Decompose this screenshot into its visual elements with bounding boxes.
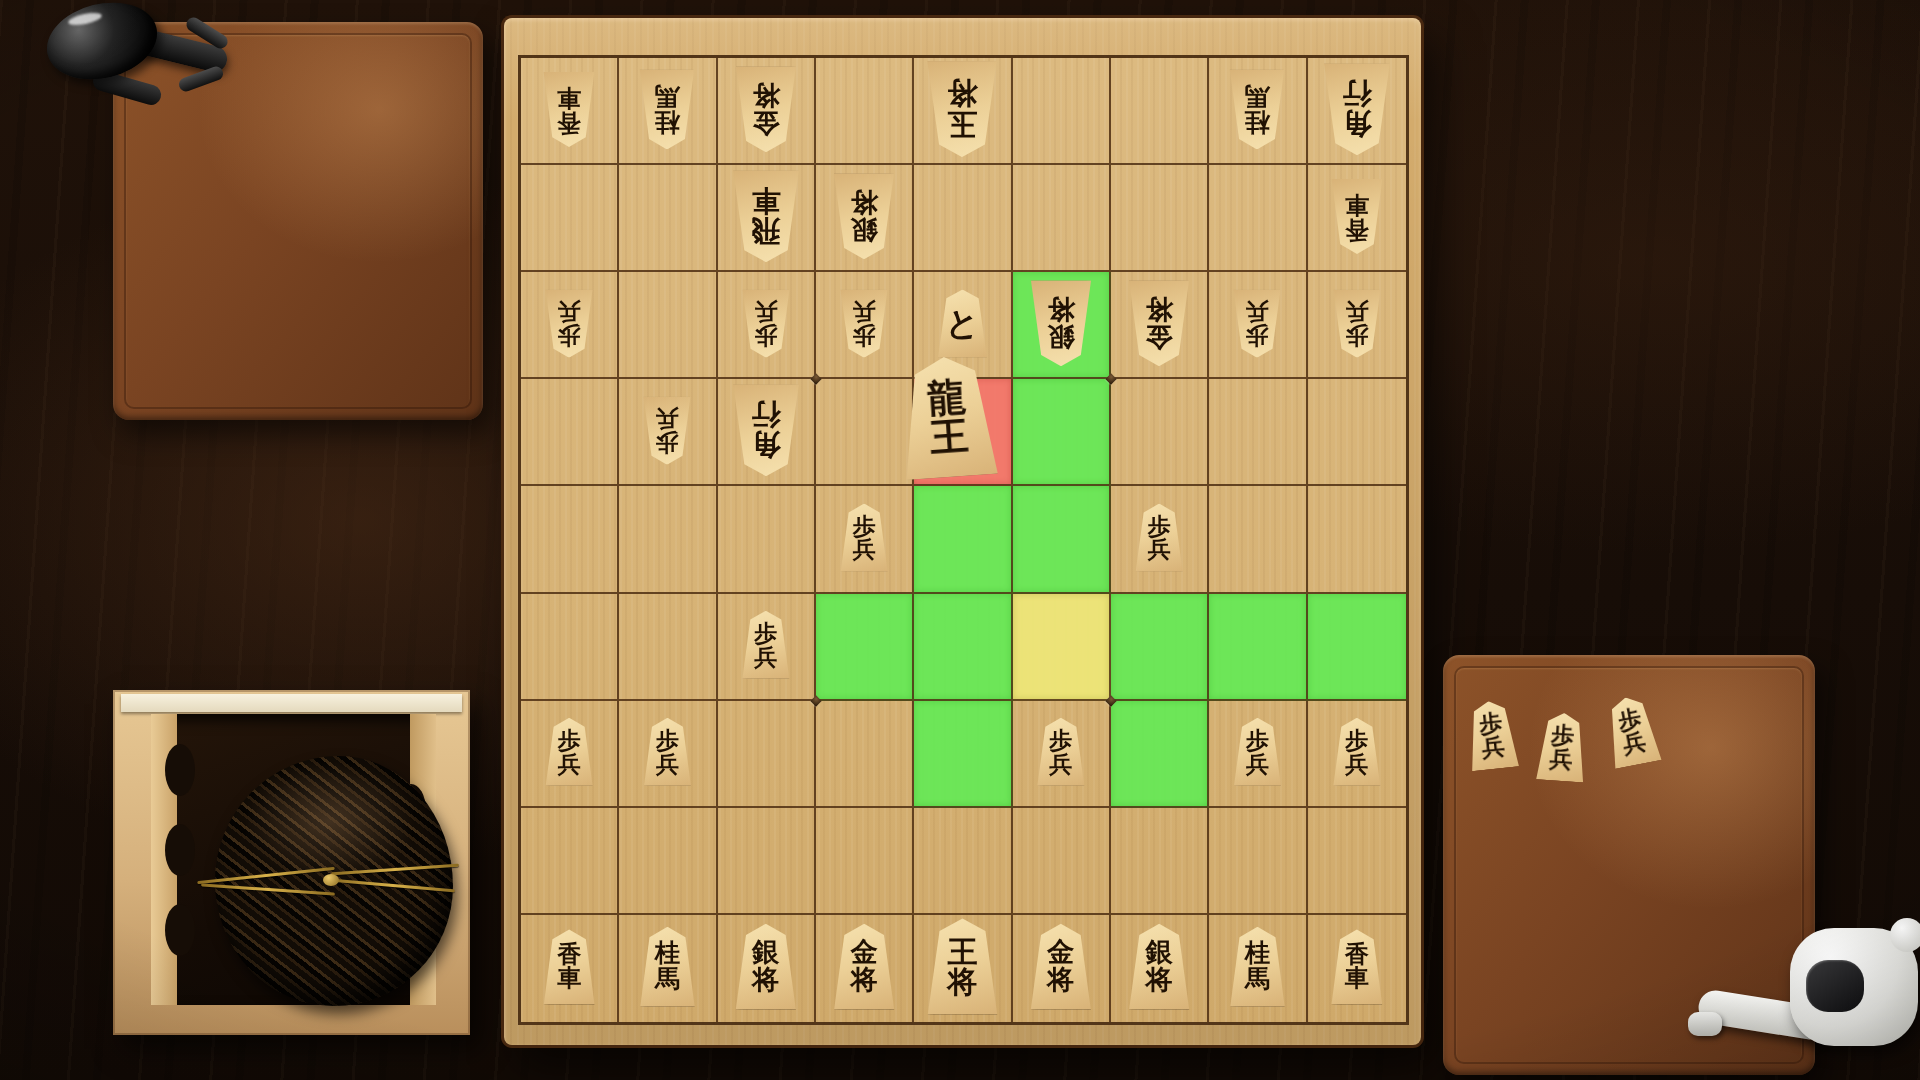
piece-sente-king[interactable]: 王将 (925, 919, 999, 1015)
cell-r5c6[interactable] (1013, 486, 1111, 593)
piece-gote-lance[interactable]: 香車 (1330, 179, 1384, 254)
cell-r6c2[interactable] (619, 594, 717, 701)
cell-r6c4[interactable] (816, 594, 914, 701)
piece-bag (215, 756, 453, 1006)
cell-r3c2[interactable] (619, 272, 717, 379)
piece-gote-pawn[interactable]: 歩兵 (1232, 289, 1282, 357)
piece-gote-bishop[interactable]: 角行 (731, 384, 801, 476)
hand-piece-pawn[interactable]: 歩兵 (1464, 699, 1521, 772)
cell-r1c5[interactable]: 玉将 (914, 58, 1012, 165)
cell-r8c8[interactable] (1209, 808, 1307, 915)
piece-sente-pawn[interactable]: 歩兵 (1036, 718, 1086, 786)
cell-r1c2[interactable]: 桂馬 (619, 58, 717, 165)
cell-r6c7[interactable] (1111, 594, 1209, 701)
cell-r1c4[interactable] (816, 58, 914, 165)
piece-sente-silver[interactable]: 銀将 (734, 924, 798, 1010)
cell-r4c1[interactable] (521, 379, 619, 486)
piece-sente-gold[interactable]: 金将 (832, 924, 896, 1010)
piece-sente-pawn[interactable]: 歩兵 (1134, 504, 1184, 572)
cell-r9c5[interactable]: 王将 (914, 915, 1012, 1022)
cell-r8c6[interactable] (1013, 808, 1111, 915)
bag-cord (201, 883, 335, 895)
cell-r5c5[interactable] (914, 486, 1012, 593)
cell-r2c8[interactable] (1209, 165, 1307, 272)
cell-r9c6[interactable]: 金将 (1013, 915, 1111, 1022)
cell-r2c9[interactable]: 香車 (1308, 165, 1406, 272)
piece-sente-pawn[interactable]: 歩兵 (642, 718, 692, 786)
piece-sente-gold[interactable]: 金将 (1029, 924, 1093, 1010)
table-background: { "game": "shogi", "app_context": "3D sh… (0, 0, 1920, 1080)
cell-r4c6[interactable] (1013, 379, 1111, 486)
cell-r7c1[interactable]: 歩兵 (521, 701, 619, 808)
cell-r4c7[interactable] (1111, 379, 1209, 486)
opponent-robot (28, 0, 228, 131)
piece-sente-pawn[interactable]: 歩兵 (1232, 718, 1282, 786)
cell-r5c9[interactable] (1308, 486, 1406, 593)
piece-gote-pawn[interactable]: 歩兵 (839, 289, 889, 357)
cell-r9c4[interactable]: 金将 (816, 915, 914, 1022)
piece-gote-pawn[interactable]: 歩兵 (741, 289, 791, 357)
cell-r6c5[interactable] (914, 594, 1012, 701)
cell-r7c5[interactable] (914, 701, 1012, 808)
cell-r8c2[interactable] (619, 808, 717, 915)
bag-cord-knot (323, 874, 339, 886)
cell-r6c6[interactable] (1013, 594, 1111, 701)
piece-box-cavity (151, 714, 436, 1005)
cell-r5c3[interactable] (718, 486, 816, 593)
cell-r5c7[interactable]: 歩兵 (1111, 486, 1209, 593)
cell-r1c6[interactable] (1013, 58, 1111, 165)
cell-r1c9[interactable]: 角行 (1308, 58, 1406, 165)
cell-r3c4[interactable]: 歩兵 (816, 272, 914, 379)
cell-r2c7[interactable] (1111, 165, 1209, 272)
cell-r4c9[interactable] (1308, 379, 1406, 486)
cell-r8c3[interactable] (718, 808, 816, 915)
piece-sente-pawn[interactable]: 歩兵 (544, 718, 594, 786)
shogi-board: 香車桂馬金将玉将桂馬角行飛車銀将香車歩兵歩兵歩兵と銀将金将歩兵歩兵歩兵角行龍王歩… (504, 18, 1421, 1045)
hand-piece-pawn[interactable]: 歩兵 (1535, 711, 1590, 782)
cell-r3c8[interactable]: 歩兵 (1209, 272, 1307, 379)
cell-r4c2[interactable]: 歩兵 (619, 379, 717, 486)
piece-sente-tokin[interactable]: と (936, 289, 988, 357)
cell-r7c7[interactable] (1111, 701, 1209, 808)
cell-r3c9[interactable]: 歩兵 (1308, 272, 1406, 379)
cell-r7c6[interactable]: 歩兵 (1013, 701, 1111, 808)
cell-r8c1[interactable] (521, 808, 619, 915)
cell-r2c1[interactable] (521, 165, 619, 272)
cell-r1c3[interactable]: 金将 (718, 58, 816, 165)
cell-r2c4[interactable]: 銀将 (816, 165, 914, 272)
cell-r9c2[interactable]: 桂馬 (619, 915, 717, 1022)
piece-gote-silver[interactable]: 銀将 (1029, 280, 1093, 366)
cell-r5c1[interactable] (521, 486, 619, 593)
player-robot-visor (1806, 960, 1864, 1012)
cell-r8c4[interactable] (816, 808, 914, 915)
piece-gote-pawn[interactable]: 歩兵 (1332, 289, 1382, 357)
cell-r3c5[interactable]: と (914, 272, 1012, 379)
cell-r9c9[interactable]: 香車 (1308, 915, 1406, 1022)
piece-gote-pawn[interactable]: 歩兵 (544, 289, 594, 357)
cell-r3c6[interactable]: 銀将 (1013, 272, 1111, 379)
piece-box-wall (151, 714, 177, 1005)
cell-r9c8[interactable]: 桂馬 (1209, 915, 1307, 1022)
hand-piece-pawn[interactable]: 歩兵 (1601, 693, 1663, 769)
piece-box-scallop (165, 824, 195, 876)
piece-box (113, 690, 470, 1035)
cell-r2c5[interactable] (914, 165, 1012, 272)
piece-sente-knight[interactable]: 桂馬 (1228, 927, 1286, 1007)
opponent-robot-head (39, 0, 166, 90)
cell-r3c1[interactable]: 歩兵 (521, 272, 619, 379)
cell-r7c2[interactable]: 歩兵 (619, 701, 717, 808)
piece-box-scallop (165, 744, 195, 796)
piece-gote-pawn[interactable]: 歩兵 (642, 397, 692, 465)
player-robot (1694, 920, 1920, 1080)
bag-cord (331, 864, 459, 876)
piece-gote-knight[interactable]: 桂馬 (1228, 69, 1286, 149)
cell-r6c1[interactable] (521, 594, 619, 701)
cell-r4c8[interactable] (1209, 379, 1307, 486)
piece-box-scallop (165, 904, 195, 956)
cell-r4c5[interactable]: 龍王 (914, 379, 1012, 486)
piece-sente-lance[interactable]: 香車 (542, 929, 596, 1004)
piece-sente-pawn[interactable]: 歩兵 (1332, 718, 1382, 786)
cell-r2c2[interactable] (619, 165, 717, 272)
cell-r6c9[interactable] (1308, 594, 1406, 701)
cell-r7c9[interactable]: 歩兵 (1308, 701, 1406, 808)
piece-sente-pawn[interactable]: 歩兵 (839, 504, 889, 572)
cell-r1c8[interactable]: 桂馬 (1209, 58, 1307, 165)
cell-r1c7[interactable] (1111, 58, 1209, 165)
piece-gote-silver[interactable]: 銀将 (832, 173, 896, 259)
cell-r5c8[interactable] (1209, 486, 1307, 593)
cell-r4c4[interactable] (816, 379, 914, 486)
cell-r6c8[interactable] (1209, 594, 1307, 701)
piece-gote-lance[interactable]: 香車 (542, 72, 596, 147)
cell-r8c9[interactable] (1308, 808, 1406, 915)
cell-r2c3[interactable]: 飛車 (718, 165, 816, 272)
cell-r8c7[interactable] (1111, 808, 1209, 915)
piece-gote-knight[interactable]: 桂馬 (638, 69, 696, 149)
piece-sente-lance[interactable]: 香車 (1330, 929, 1384, 1004)
piece-sente-pawn[interactable]: 歩兵 (741, 611, 791, 679)
piece-gote-king[interactable]: 玉将 (925, 61, 999, 157)
cell-r9c7[interactable]: 銀将 (1111, 915, 1209, 1022)
piece-gote-gold[interactable]: 金将 (734, 66, 798, 152)
cell-r7c4[interactable] (816, 701, 914, 808)
cell-r7c3[interactable] (718, 701, 816, 808)
cell-r2c6[interactable] (1013, 165, 1111, 272)
cell-r3c7[interactable]: 金将 (1111, 272, 1209, 379)
cell-r3c3[interactable]: 歩兵 (718, 272, 816, 379)
player-robot-hand (1688, 1012, 1722, 1036)
cell-r6c3[interactable]: 歩兵 (718, 594, 816, 701)
piece-gote-gold[interactable]: 金将 (1127, 280, 1191, 366)
cell-r5c4[interactable]: 歩兵 (816, 486, 914, 593)
piece-sente-knight[interactable]: 桂馬 (638, 927, 696, 1007)
cell-r1c1[interactable]: 香車 (521, 58, 619, 165)
cell-r7c8[interactable]: 歩兵 (1209, 701, 1307, 808)
bag-cord (197, 867, 335, 884)
piece-gote-bishop[interactable]: 角行 (1322, 63, 1392, 155)
cell-r5c2[interactable] (619, 486, 717, 593)
piece-sente-silver[interactable]: 銀将 (1127, 924, 1191, 1010)
board-grid: 香車桂馬金将玉将桂馬角行飛車銀将香車歩兵歩兵歩兵と銀将金将歩兵歩兵歩兵角行龍王歩… (518, 55, 1409, 1025)
player-robot-ear (1890, 918, 1920, 952)
cell-r9c1[interactable]: 香車 (521, 915, 619, 1022)
cell-r4c3[interactable]: 角行 (718, 379, 816, 486)
bag-cord (331, 879, 455, 893)
piece-gote-rook[interactable]: 飛車 (731, 170, 801, 262)
cell-r8c5[interactable] (914, 808, 1012, 915)
piece-box-rim (121, 694, 462, 712)
cell-r9c3[interactable]: 銀将 (718, 915, 816, 1022)
